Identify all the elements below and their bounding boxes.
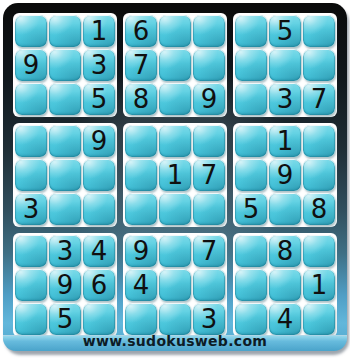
cell-r8c7[interactable] [235,269,267,301]
box-r3c3: 814 [233,233,337,337]
cell-r5c9[interactable] [303,159,335,191]
box-r2c1: 93 [13,123,117,227]
cell-r9c2[interactable]: 5 [49,303,81,335]
cell-r7c2[interactable]: 3 [49,235,81,267]
cell-r1c5[interactable] [159,15,191,47]
box-r3c1: 34965 [13,233,117,337]
cell-r9c1[interactable] [15,303,47,335]
cell-r7c1[interactable] [15,235,47,267]
cell-r6c1[interactable]: 3 [15,193,47,225]
cell-r2c2[interactable] [49,49,81,81]
cell-r2c8[interactable] [269,49,301,81]
cell-r3c3[interactable]: 5 [83,83,115,115]
cell-r3c7[interactable] [235,83,267,115]
cell-r4c6[interactable] [193,125,225,157]
cell-r5c4[interactable] [125,159,157,191]
box-r1c2: 6789 [123,13,227,117]
cell-r1c8[interactable]: 5 [269,15,301,47]
cell-r2c5[interactable] [159,49,191,81]
cell-r1c2[interactable] [49,15,81,47]
cell-r5c2[interactable] [49,159,81,191]
cell-r8c8[interactable] [269,269,301,301]
cell-r1c1[interactable] [15,15,47,47]
cell-r8c6[interactable] [193,269,225,301]
website-url: www.sudokusweb.com [3,334,347,350]
cell-r5c5[interactable]: 1 [159,159,191,191]
cell-r7c7[interactable] [235,235,267,267]
cell-r1c9[interactable] [303,15,335,47]
box-r3c2: 9743 [123,233,227,337]
box-r1c1: 1935 [13,13,117,117]
cell-r7c9[interactable] [303,235,335,267]
box-r1c3: 537 [233,13,337,117]
puzzle-frame: 1935678953793171958349659743814 www.sudo… [3,3,347,351]
cell-r4c1[interactable] [15,125,47,157]
cell-r5c3[interactable] [83,159,115,191]
cell-r9c7[interactable] [235,303,267,335]
cell-r9c6[interactable]: 3 [193,303,225,335]
cell-r3c5[interactable] [159,83,191,115]
cell-r3c2[interactable] [49,83,81,115]
cell-r6c8[interactable] [269,193,301,225]
cell-r1c6[interactable] [193,15,225,47]
cell-r9c9[interactable] [303,303,335,335]
cell-r6c4[interactable] [125,193,157,225]
cell-r6c6[interactable] [193,193,225,225]
cell-r3c9[interactable]: 7 [303,83,335,115]
cell-r3c8[interactable]: 3 [269,83,301,115]
cell-r4c8[interactable]: 1 [269,125,301,157]
box-r2c2: 17 [123,123,227,227]
cell-r4c9[interactable] [303,125,335,157]
cell-r6c9[interactable]: 8 [303,193,335,225]
cell-r1c3[interactable]: 1 [83,15,115,47]
cell-r7c8[interactable]: 8 [269,235,301,267]
cell-r2c1[interactable]: 9 [15,49,47,81]
cell-r5c6[interactable]: 7 [193,159,225,191]
cell-r5c1[interactable] [15,159,47,191]
cell-r6c5[interactable] [159,193,191,225]
cell-r6c7[interactable]: 5 [235,193,267,225]
cell-r6c2[interactable] [49,193,81,225]
cell-r8c5[interactable] [159,269,191,301]
cell-r2c6[interactable] [193,49,225,81]
cell-r1c7[interactable] [235,15,267,47]
cell-r4c2[interactable] [49,125,81,157]
cell-r4c7[interactable] [235,125,267,157]
cell-r2c7[interactable] [235,49,267,81]
cell-r7c3[interactable]: 4 [83,235,115,267]
cell-r4c4[interactable] [125,125,157,157]
cell-r9c8[interactable]: 4 [269,303,301,335]
cell-r5c8[interactable]: 9 [269,159,301,191]
cell-r8c2[interactable]: 9 [49,269,81,301]
cell-r3c4[interactable]: 8 [125,83,157,115]
cell-r3c1[interactable] [15,83,47,115]
cell-r2c4[interactable]: 7 [125,49,157,81]
sudoku-board: 1935678953793171958349659743814 [13,13,337,337]
cell-r4c5[interactable] [159,125,191,157]
cell-r8c4[interactable]: 4 [125,269,157,301]
cell-r9c4[interactable] [125,303,157,335]
cell-r7c4[interactable]: 9 [125,235,157,267]
box-r2c3: 1958 [233,123,337,227]
cell-r7c5[interactable] [159,235,191,267]
cell-r2c9[interactable] [303,49,335,81]
cell-r2c3[interactable]: 3 [83,49,115,81]
cell-r9c5[interactable] [159,303,191,335]
cell-r9c3[interactable] [83,303,115,335]
cell-r8c1[interactable] [15,269,47,301]
cell-r4c3[interactable]: 9 [83,125,115,157]
cell-r8c9[interactable]: 1 [303,269,335,301]
cell-r3c6[interactable]: 9 [193,83,225,115]
cell-r5c7[interactable] [235,159,267,191]
cell-r1c4[interactable]: 6 [125,15,157,47]
cell-r6c3[interactable] [83,193,115,225]
cell-r7c6[interactable]: 7 [193,235,225,267]
cell-r8c3[interactable]: 6 [83,269,115,301]
